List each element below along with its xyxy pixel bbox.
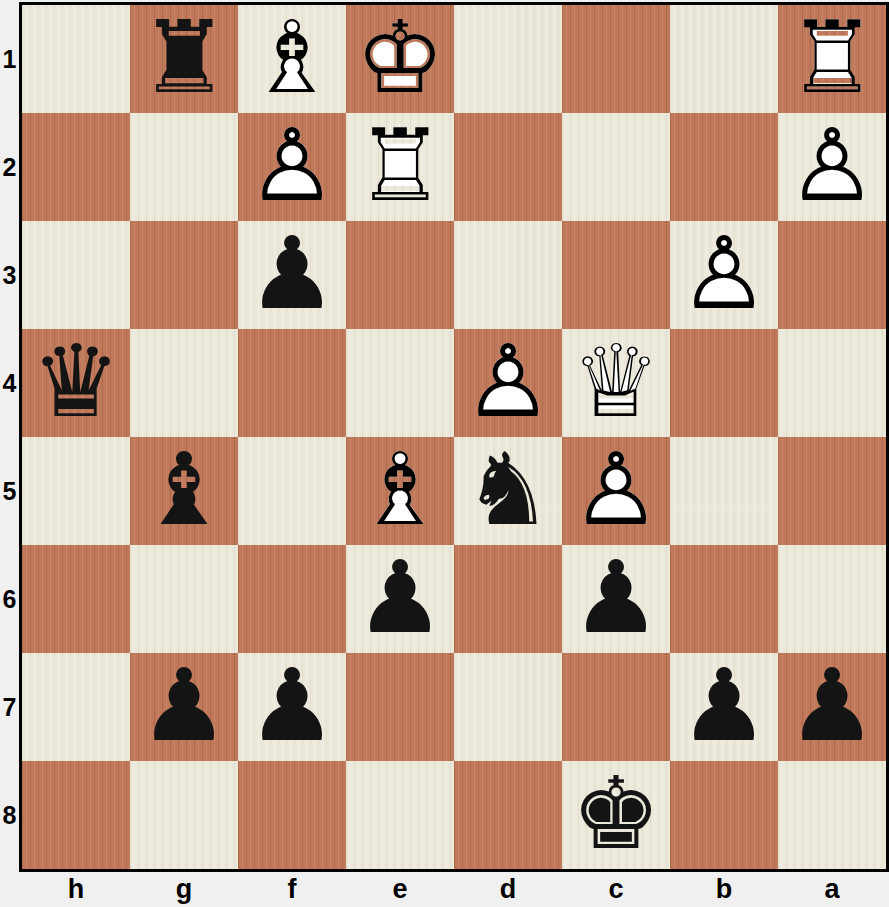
piece-black-king[interactable]: ♚ <box>562 761 670 869</box>
piece-outline: ♕ <box>562 329 670 437</box>
piece-white-bishop[interactable]: ♝♗ <box>238 5 346 113</box>
piece-white-pawn[interactable]: ♟♙ <box>454 329 562 437</box>
square-d7[interactable] <box>454 653 562 761</box>
piece-black-pawn[interactable]: ♟ <box>238 221 346 329</box>
piece-outline: ♗ <box>238 5 346 113</box>
square-d1[interactable] <box>454 5 562 113</box>
piece-outline: ♔ <box>346 5 454 113</box>
piece-fill: ♛ <box>22 329 130 437</box>
piece-white-pawn[interactable]: ♟♙ <box>238 113 346 221</box>
square-f4[interactable] <box>238 329 346 437</box>
rank-label-2: 2 <box>0 113 19 221</box>
piece-fill: ♟ <box>562 545 670 653</box>
piece-outline: ♙ <box>778 113 886 221</box>
piece-outline: ♖ <box>346 113 454 221</box>
rank-labels: 12345678 <box>0 5 19 869</box>
square-b3[interactable]: ♟♙ <box>670 221 778 329</box>
square-c4[interactable]: ♛♕ <box>562 329 670 437</box>
piece-outline: ♖ <box>778 5 886 113</box>
square-c1[interactable] <box>562 5 670 113</box>
square-g8[interactable] <box>130 761 238 869</box>
square-b4[interactable] <box>670 329 778 437</box>
square-b8[interactable] <box>670 761 778 869</box>
square-e2[interactable]: ♜♖ <box>346 113 454 221</box>
square-h7[interactable] <box>22 653 130 761</box>
square-b7[interactable]: ♟ <box>670 653 778 761</box>
piece-black-knight[interactable]: ♞ <box>454 437 562 545</box>
piece-black-pawn[interactable]: ♟ <box>562 545 670 653</box>
file-label-c: c <box>562 872 670 907</box>
square-g3[interactable] <box>130 221 238 329</box>
piece-white-pawn[interactable]: ♟♙ <box>670 221 778 329</box>
piece-fill: ♚ <box>562 761 670 869</box>
square-g6[interactable] <box>130 545 238 653</box>
square-d4[interactable]: ♟♙ <box>454 329 562 437</box>
square-f5[interactable] <box>238 437 346 545</box>
square-d3[interactable] <box>454 221 562 329</box>
square-a1[interactable]: ♜♖ <box>778 5 886 113</box>
piece-white-pawn[interactable]: ♟♙ <box>562 437 670 545</box>
square-d5[interactable]: ♞ <box>454 437 562 545</box>
square-b5[interactable] <box>670 437 778 545</box>
square-c7[interactable] <box>562 653 670 761</box>
rank-label-4: 4 <box>0 329 19 437</box>
piece-fill: ♟ <box>346 545 454 653</box>
square-g7[interactable]: ♟ <box>130 653 238 761</box>
file-label-a: a <box>778 872 886 907</box>
square-c6[interactable]: ♟ <box>562 545 670 653</box>
square-g5[interactable]: ♝ <box>130 437 238 545</box>
square-f6[interactable] <box>238 545 346 653</box>
piece-black-pawn[interactable]: ♟ <box>778 653 886 761</box>
square-h3[interactable] <box>22 221 130 329</box>
square-e6[interactable]: ♟ <box>346 545 454 653</box>
piece-fill: ♝ <box>130 437 238 545</box>
square-f3[interactable]: ♟ <box>238 221 346 329</box>
piece-fill: ♟ <box>670 653 778 761</box>
square-a7[interactable]: ♟ <box>778 653 886 761</box>
square-c5[interactable]: ♟♙ <box>562 437 670 545</box>
square-h4[interactable]: ♛ <box>22 329 130 437</box>
piece-white-bishop[interactable]: ♝♗ <box>346 437 454 545</box>
square-e4[interactable] <box>346 329 454 437</box>
piece-white-queen[interactable]: ♛♕ <box>562 329 670 437</box>
chess-board: ♜♝♗♚♔♜♖♟♙♜♖♟♙♟♟♙♛♟♙♛♕♝♝♗♞♟♙♟♟♟♟♟♟♚ <box>22 5 886 869</box>
rank-label-6: 6 <box>0 545 19 653</box>
piece-outline: ♙ <box>238 113 346 221</box>
piece-fill: ♟ <box>778 653 886 761</box>
piece-white-rook[interactable]: ♜♖ <box>346 113 454 221</box>
square-b6[interactable] <box>670 545 778 653</box>
file-label-d: d <box>454 872 562 907</box>
square-f8[interactable] <box>238 761 346 869</box>
square-f2[interactable]: ♟♙ <box>238 113 346 221</box>
file-label-b: b <box>670 872 778 907</box>
square-e5[interactable]: ♝♗ <box>346 437 454 545</box>
piece-fill: ♟ <box>238 221 346 329</box>
square-d6[interactable] <box>454 545 562 653</box>
square-h5[interactable] <box>22 437 130 545</box>
square-g4[interactable] <box>130 329 238 437</box>
piece-white-king[interactable]: ♚♔ <box>346 5 454 113</box>
square-f7[interactable]: ♟ <box>238 653 346 761</box>
piece-black-pawn[interactable]: ♟ <box>130 653 238 761</box>
rank-label-5: 5 <box>0 437 19 545</box>
piece-outline: ♙ <box>562 437 670 545</box>
square-a3[interactable] <box>778 221 886 329</box>
square-c8[interactable]: ♚ <box>562 761 670 869</box>
piece-outline: ♙ <box>670 221 778 329</box>
piece-fill: ♞ <box>454 437 562 545</box>
square-d2[interactable] <box>454 113 562 221</box>
square-h2[interactable] <box>22 113 130 221</box>
square-a5[interactable] <box>778 437 886 545</box>
piece-black-queen[interactable]: ♛ <box>22 329 130 437</box>
square-h1[interactable] <box>22 5 130 113</box>
file-label-f: f <box>238 872 346 907</box>
square-e7[interactable] <box>346 653 454 761</box>
piece-black-pawn[interactable]: ♟ <box>346 545 454 653</box>
chess-diagram: 12345678 ♜♝♗♚♔♜♖♟♙♜♖♟♙♟♟♙♛♟♙♛♕♝♝♗♞♟♙♟♟♟♟… <box>0 0 889 907</box>
square-h6[interactable] <box>22 545 130 653</box>
piece-outline: ♙ <box>454 329 562 437</box>
square-b1[interactable] <box>670 5 778 113</box>
board-frame: ♜♝♗♚♔♜♖♟♙♜♖♟♙♟♟♙♛♟♙♛♕♝♝♗♞♟♙♟♟♟♟♟♟♚ <box>19 2 889 872</box>
square-a4[interactable] <box>778 329 886 437</box>
square-a8[interactable] <box>778 761 886 869</box>
piece-fill: ♟ <box>238 653 346 761</box>
piece-black-pawn[interactable]: ♟ <box>238 653 346 761</box>
square-e3[interactable] <box>346 221 454 329</box>
square-e1[interactable]: ♚♔ <box>346 5 454 113</box>
square-b2[interactable] <box>670 113 778 221</box>
square-a6[interactable] <box>778 545 886 653</box>
rank-label-7: 7 <box>0 653 19 761</box>
piece-fill: ♜ <box>130 5 238 113</box>
piece-white-rook[interactable]: ♜♖ <box>778 5 886 113</box>
file-label-h: h <box>22 872 130 907</box>
piece-white-pawn[interactable]: ♟♙ <box>778 113 886 221</box>
piece-black-pawn[interactable]: ♟ <box>670 653 778 761</box>
rank-label-3: 3 <box>0 221 19 329</box>
square-g1[interactable]: ♜ <box>130 5 238 113</box>
square-a2[interactable]: ♟♙ <box>778 113 886 221</box>
square-h8[interactable] <box>22 761 130 869</box>
square-d8[interactable] <box>454 761 562 869</box>
square-f1[interactable]: ♝♗ <box>238 5 346 113</box>
piece-black-rook[interactable]: ♜ <box>130 5 238 113</box>
square-c2[interactable] <box>562 113 670 221</box>
square-c3[interactable] <box>562 221 670 329</box>
piece-fill: ♟ <box>130 653 238 761</box>
piece-black-bishop[interactable]: ♝ <box>130 437 238 545</box>
piece-outline: ♗ <box>346 437 454 545</box>
file-label-g: g <box>130 872 238 907</box>
file-labels: hgfedcba <box>22 872 886 907</box>
rank-label-8: 8 <box>0 761 19 869</box>
square-g2[interactable] <box>130 113 238 221</box>
square-e8[interactable] <box>346 761 454 869</box>
file-label-e: e <box>346 872 454 907</box>
rank-label-1: 1 <box>0 5 19 113</box>
